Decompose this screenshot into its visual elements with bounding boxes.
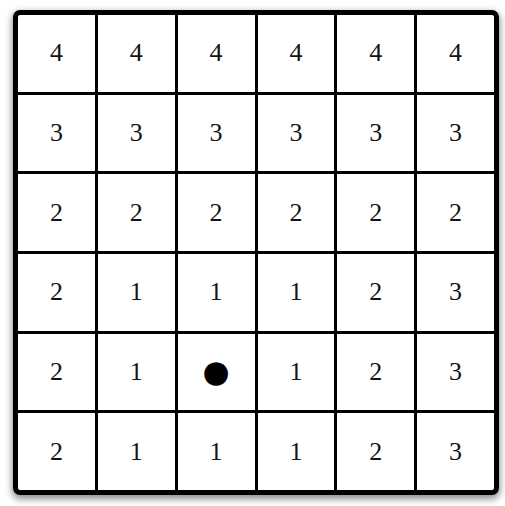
- dot-cell: ●: [178, 334, 255, 411]
- cell-r4c2: 1: [98, 254, 175, 331]
- grid-board: 4 4 4 4 4 4 3 3 3 3 3 3 2 2 2 2 2 2 2 1 …: [13, 10, 499, 495]
- cell-r3c2: 2: [98, 174, 175, 251]
- cell-r4c1: 2: [18, 254, 95, 331]
- cell-r2c4: 3: [258, 95, 335, 172]
- cell-r5c6: 3: [417, 334, 494, 411]
- cell-r3c4: 2: [258, 174, 335, 251]
- cell-r2c5: 3: [337, 95, 414, 172]
- cell-r3c6: 2: [417, 174, 494, 251]
- cell-r3c3: 2: [178, 174, 255, 251]
- diagram-stage: 4 4 4 4 4 4 3 3 3 3 3 3 2 2 2 2 2 2 2 1 …: [0, 0, 505, 506]
- cell-r5c2: 1: [98, 334, 175, 411]
- cell-r3c1: 2: [18, 174, 95, 251]
- cell-r4c5: 2: [337, 254, 414, 331]
- cell-r2c2: 3: [98, 95, 175, 172]
- cell-r1c5: 4: [337, 15, 414, 92]
- cell-r4c6: 3: [417, 254, 494, 331]
- cell-r6c2: 1: [98, 413, 175, 490]
- cell-r1c4: 4: [258, 15, 335, 92]
- cell-r6c5: 2: [337, 413, 414, 490]
- cell-r6c4: 1: [258, 413, 335, 490]
- cell-r6c1: 2: [18, 413, 95, 490]
- cell-r3c5: 2: [337, 174, 414, 251]
- cell-r1c1: 4: [18, 15, 95, 92]
- cell-r4c3: 1: [178, 254, 255, 331]
- cell-r2c1: 3: [18, 95, 95, 172]
- cell-r5c4: 1: [258, 334, 335, 411]
- cell-r2c3: 3: [178, 95, 255, 172]
- cell-r4c4: 1: [258, 254, 335, 331]
- cell-r6c6: 3: [417, 413, 494, 490]
- cell-r1c2: 4: [98, 15, 175, 92]
- cell-r6c3: 1: [178, 413, 255, 490]
- cell-r5c1: 2: [18, 334, 95, 411]
- cell-r2c6: 3: [417, 95, 494, 172]
- cell-r1c3: 4: [178, 15, 255, 92]
- cell-r5c5: 2: [337, 334, 414, 411]
- cell-r1c6: 4: [417, 15, 494, 92]
